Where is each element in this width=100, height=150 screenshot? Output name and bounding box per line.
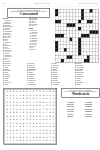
across-clue-list: 1Wading bird4Sharp rap8Small horse12Be u… — [2, 20, 27, 63]
clue-text: Choose — [77, 83, 96, 85]
cell-number: 27 — [67, 27, 68, 28]
cell-number: 38 — [58, 38, 59, 39]
clue-text: Free (of) — [31, 49, 53, 51]
cell-number: 25 — [90, 23, 91, 24]
cell-number: 53 — [64, 52, 65, 53]
cell-number: 45 — [70, 41, 71, 42]
cell-number: 13 — [58, 13, 59, 14]
cell-number: 10 — [87, 9, 88, 10]
wordsearch-board-inner-frame: GARDENKLMTPSVBRWILLOWEADHARVESTCLOVERNMI… — [5, 89, 57, 144]
cell-number: 16 — [55, 16, 56, 17]
clue-line: 69Choose — [74, 83, 96, 85]
clue-line: 57Wolf's lair — [29, 25, 54, 27]
cell-number: 35 — [93, 34, 94, 35]
cell-number: 32 — [78, 31, 79, 32]
crossword-clue-column-1: ACROSS 1Wading bird4Sharp rap8Small hors… — [2, 18, 27, 63]
cell-number: 14 — [84, 13, 85, 14]
word-list-column-2: LANTERNSUNRISEPEBBLEORCHARDBREEZECANDLET… — [80, 101, 98, 118]
crossword-title: Crossword — [9, 12, 50, 16]
cell-number: 31 — [55, 31, 56, 32]
cell-number: 17 — [84, 16, 85, 17]
cell-number: 50 — [67, 48, 68, 49]
cell-number: 55 — [55, 55, 56, 56]
down-clue-list: 1Water jug2Lotion base3Clock face4Map bo… — [29, 30, 54, 50]
cell-number: 21 — [55, 23, 56, 24]
cell-number: 36 — [96, 34, 97, 35]
clue-band-column-4: 58Fruit tart59Shed tears60Poet's before6… — [74, 63, 96, 87]
wordsearch-word-list: GARDENWILLOWMEADOWHARVESTCLOVERMAPLEBROO… — [62, 101, 98, 118]
wordsearch-word: THICKET — [80, 115, 98, 117]
word-list-column-1: GARDENWILLOWMEADOWHARVESTCLOVERMAPLEBROO… — [62, 101, 80, 118]
page-date: Saturday, March 8, 2025 — [78, 2, 97, 4]
cell-number: 24 — [87, 23, 88, 24]
clue-line: 33Flurry — [2, 83, 24, 85]
clue-band-column-3: 46Not any47Minor dent48Golf norm49Brick … — [50, 63, 72, 87]
clue-band-column-1: 22Cask brew23Copy cat24Droop25Netting26H… — [2, 63, 24, 87]
cell-number: 54 — [81, 52, 82, 53]
cell-number: 51 — [81, 48, 82, 49]
cell-number: 37 — [55, 38, 56, 39]
clue-text: Fox's home — [53, 83, 72, 85]
cell-number: 30 — [81, 27, 82, 28]
cell-number: 48 — [81, 45, 82, 46]
cell-number: 61 — [90, 59, 91, 60]
cell-number: 49 — [58, 48, 59, 49]
cell-number: 58 — [90, 55, 91, 56]
page-number: 4B — [3, 2, 5, 4]
cell-number: 57 — [78, 55, 79, 56]
newspaper-puzzle-page: 4B THE DAILY HERALD Saturday, March 8, 2… — [0, 0, 100, 150]
cell-number: 46 — [81, 41, 82, 42]
cell-number: 18 — [61, 20, 62, 21]
wordsearch-word: BROOK — [62, 115, 80, 117]
cell-number: 28 — [70, 27, 71, 28]
cell-number: 43 — [87, 38, 88, 39]
cell-number: 12 — [96, 9, 97, 10]
cell-number: 39 — [61, 38, 62, 39]
cell-number: 22 — [58, 23, 59, 24]
cell-number: 40 — [73, 38, 74, 39]
wordsearch-grid: GARDENKLMTPSVBRWILLOWEADHARVESTCLOVERNMI… — [6, 90, 56, 143]
cell-number: 26 — [55, 27, 56, 28]
clue-line: 21Free (of) — [29, 49, 54, 51]
cell-number: 41 — [81, 38, 82, 39]
clue-text: Flurry — [5, 83, 24, 85]
cell-number: 33 — [64, 34, 65, 35]
cell-number: 19 — [81, 20, 82, 21]
clue-text: Walking pace — [29, 83, 48, 85]
clue-text: Wolf's lair — [31, 25, 53, 27]
crossword-clue-bottom-band: 22Cask brew23Copy cat24Droop25Netting26H… — [2, 63, 98, 87]
cell-number: 20 — [93, 20, 94, 21]
cell-number: 42 — [84, 38, 85, 39]
cell-number: 59 — [55, 59, 56, 60]
cell-number: 47 — [58, 45, 59, 46]
wordsearch-masthead: THE DAILY HERALD PUZZLES Wordsearch — [62, 88, 100, 98]
cell-number: 15 — [90, 13, 91, 14]
cell-number: 44 — [58, 41, 59, 42]
crossword-clue-column-2: 52Ark maker53Tart in taste54Notion55Lean… — [29, 18, 54, 63]
cell-number: 29 — [73, 27, 74, 28]
cell-number: 11 — [93, 9, 94, 10]
clue-line: 45Walking pace — [26, 83, 48, 85]
page-header: 4B THE DAILY HERALD Saturday, March 8, 2… — [3, 2, 98, 4]
crossword-grid: 1234567891011121314151617181920212223242… — [55, 9, 99, 63]
clue-band-column-2: 34Long gaze35Zodiac cat36Pod veggie37Cha… — [26, 63, 48, 87]
wordsearch-letter-cell: D — [52, 139, 55, 143]
cell-number: 56 — [73, 55, 74, 56]
crossword-masthead: THE DAILY HERALD PUZZLES Crossword — [8, 8, 51, 18]
across-clue-list-tail: 52Ark maker53Tart in taste54Notion55Lean… — [29, 18, 54, 27]
cell-number: 52 — [55, 52, 56, 53]
clue-line: 57Fox's home — [50, 83, 72, 85]
wordsearch-title: Wordsearch — [63, 92, 99, 96]
cell-number: 23 — [76, 23, 77, 24]
newspaper-name: THE DAILY HERALD — [34, 2, 50, 4]
cell-number: 60 — [64, 59, 65, 60]
cell-number: 34 — [90, 34, 91, 35]
wordsearch-board: GARDENKLMTPSVBRWILLOWEADHARVESTCLOVERNMI… — [4, 88, 58, 145]
